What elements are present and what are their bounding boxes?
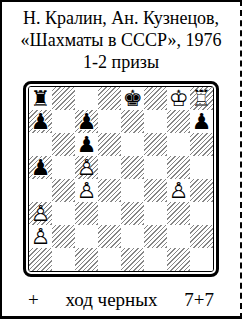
diagram-header: Н. Кралин, Ан. Кузнецов, «Шахматы в СССР… (2, 2, 240, 73)
square-b4 (52, 179, 75, 202)
square-e2 (121, 225, 144, 248)
white-rook-h8: ♖ (190, 87, 213, 110)
white-pawn-c4: ♙ (75, 179, 98, 202)
white-pawn-c5: ♙ (75, 156, 98, 179)
header-authors: Н. Кралин, Ан. Кузнецов, (2, 7, 240, 29)
white-pawn-g4: ♙ (167, 179, 190, 202)
square-b3 (52, 202, 75, 225)
square-h6 (190, 133, 213, 156)
square-h7: ♟ (190, 110, 213, 133)
square-g3 (167, 202, 190, 225)
square-g6 (167, 133, 190, 156)
square-e6 (121, 133, 144, 156)
white-pawn-a3: ♙ (29, 202, 52, 225)
square-a5: ♟ (29, 156, 52, 179)
square-b7 (52, 110, 75, 133)
square-a1 (29, 248, 52, 271)
square-a6 (29, 133, 52, 156)
square-h1 (190, 248, 213, 271)
black-pawn-c7: ♟ (75, 110, 98, 133)
square-g2 (167, 225, 190, 248)
chess-board-grid: ♜♚♚♔♜♖♟♟♟♟♟♟♙♟♙♟♙♟♙♟♙ (29, 87, 213, 271)
chess-board-frame: ♜♚♚♔♜♖♟♟♟♟♟♟♙♟♙♟♙♟♙♟♙ (28, 86, 214, 272)
material-count: 7+7 (184, 289, 214, 311)
black-pawn-a5: ♟ (29, 156, 52, 179)
diagram-footer: + ход черных 7+7 (2, 289, 240, 311)
square-e1 (121, 248, 144, 271)
square-f1 (144, 248, 167, 271)
square-f4 (144, 179, 167, 202)
square-g4: ♟♙ (167, 179, 190, 202)
square-h2 (190, 225, 213, 248)
header-prize: 1-2 призы (2, 51, 240, 73)
square-d4 (98, 179, 121, 202)
square-a4 (29, 179, 52, 202)
square-h3 (190, 202, 213, 225)
square-c6: ♟ (75, 133, 98, 156)
diagram-card: Н. Кралин, Ан. Кузнецов, «Шахматы в СССР… (0, 0, 242, 319)
square-g7 (167, 110, 190, 133)
square-h5 (190, 156, 213, 179)
square-a8: ♜ (29, 87, 52, 110)
square-d7 (98, 110, 121, 133)
square-d5 (98, 156, 121, 179)
square-f5 (144, 156, 167, 179)
square-g8: ♚♔ (167, 87, 190, 110)
square-c5: ♟♙ (75, 156, 98, 179)
white-king-g8: ♔ (167, 87, 190, 110)
square-g1 (167, 248, 190, 271)
square-b5 (52, 156, 75, 179)
square-d3 (98, 202, 121, 225)
square-c1 (75, 248, 98, 271)
square-c4: ♟♙ (75, 179, 98, 202)
white-pawn-a2: ♙ (29, 225, 52, 248)
square-b6 (52, 133, 75, 156)
square-b1 (52, 248, 75, 271)
piece-white-fill: ♚ (167, 87, 190, 110)
square-d6 (98, 133, 121, 156)
square-f8 (144, 87, 167, 110)
square-a3: ♟♙ (29, 202, 52, 225)
square-e8: ♚ (121, 87, 144, 110)
square-e7 (121, 110, 144, 133)
header-source: «Шахматы в СССР», 1976 (2, 29, 240, 51)
square-h8: ♜♖ (190, 87, 213, 110)
square-e5 (121, 156, 144, 179)
piece-white-fill: ♟ (75, 179, 98, 202)
square-f7 (144, 110, 167, 133)
piece-white-fill: ♟ (29, 202, 52, 225)
square-a2: ♟♙ (29, 225, 52, 248)
black-pawn-h7: ♟ (190, 110, 213, 133)
square-c7: ♟ (75, 110, 98, 133)
square-d1 (98, 248, 121, 271)
black-pawn-a7: ♟ (29, 110, 52, 133)
square-e4 (121, 179, 144, 202)
piece-white-fill: ♟ (75, 156, 98, 179)
square-c2 (75, 225, 98, 248)
square-f6 (144, 133, 167, 156)
square-f2 (144, 225, 167, 248)
piece-white-fill: ♟ (29, 225, 52, 248)
square-d2 (98, 225, 121, 248)
square-b2 (52, 225, 75, 248)
square-g5 (167, 156, 190, 179)
black-rook-a8: ♜ (29, 87, 52, 110)
square-e3 (121, 202, 144, 225)
side-to-move-caption: ход черных (65, 289, 157, 311)
black-pawn-c6: ♟ (75, 133, 98, 156)
square-c3 (75, 202, 98, 225)
piece-white-fill: ♟ (167, 179, 190, 202)
square-b8 (52, 87, 75, 110)
black-king-e8: ♚ (121, 87, 144, 110)
square-f3 (144, 202, 167, 225)
square-c8 (75, 87, 98, 110)
chess-board: ♜♚♚♔♜♖♟♟♟♟♟♟♙♟♙♟♙♟♙♟♙ (23, 81, 219, 277)
stipulation-symbol: + (28, 289, 39, 311)
square-a7: ♟ (29, 110, 52, 133)
piece-white-fill: ♜ (190, 87, 213, 110)
square-h4 (190, 179, 213, 202)
square-d8 (98, 87, 121, 110)
